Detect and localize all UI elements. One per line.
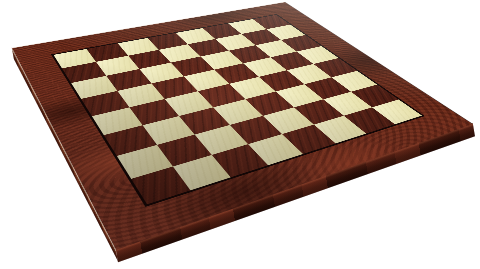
chessboard-product-photo <box>0 0 480 269</box>
